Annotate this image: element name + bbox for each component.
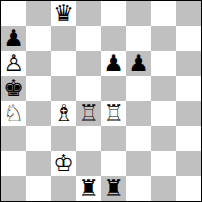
square-a3[interactable]: [1, 126, 26, 151]
square-f1[interactable]: [126, 176, 151, 201]
white-rook[interactable]: ♖: [78, 101, 99, 126]
square-f2[interactable]: [126, 151, 151, 176]
black-pawn[interactable]: ♟: [103, 51, 124, 76]
square-c2[interactable]: ♔: [51, 151, 76, 176]
square-d2[interactable]: [76, 151, 101, 176]
white-king[interactable]: ♔: [53, 151, 74, 176]
chess-board-frame: ♛♟♙♟♟♚♘♗♖♖♔♜♜: [0, 0, 202, 202]
square-b4[interactable]: [26, 101, 51, 126]
square-c8[interactable]: ♛: [51, 1, 76, 26]
square-f3[interactable]: [126, 126, 151, 151]
square-d3[interactable]: [76, 126, 101, 151]
white-bishop[interactable]: ♗: [53, 101, 74, 126]
square-h8[interactable]: [176, 1, 201, 26]
square-c5[interactable]: [51, 76, 76, 101]
square-d7[interactable]: [76, 26, 101, 51]
square-g6[interactable]: [151, 51, 176, 76]
square-a4[interactable]: ♘: [1, 101, 26, 126]
square-b5[interactable]: [26, 76, 51, 101]
square-h6[interactable]: [176, 51, 201, 76]
square-g3[interactable]: [151, 126, 176, 151]
square-d6[interactable]: [76, 51, 101, 76]
square-d8[interactable]: [76, 1, 101, 26]
square-f7[interactable]: [126, 26, 151, 51]
square-e4[interactable]: ♖: [101, 101, 126, 126]
square-d5[interactable]: [76, 76, 101, 101]
white-pawn[interactable]: ♙: [3, 51, 24, 76]
square-h1[interactable]: [176, 176, 201, 201]
square-c4[interactable]: ♗: [51, 101, 76, 126]
black-pawn[interactable]: ♟: [128, 51, 149, 76]
square-b6[interactable]: [26, 51, 51, 76]
square-b1[interactable]: [26, 176, 51, 201]
square-h4[interactable]: [176, 101, 201, 126]
square-c1[interactable]: [51, 176, 76, 201]
square-a5[interactable]: ♚: [1, 76, 26, 101]
black-queen[interactable]: ♛: [53, 1, 74, 26]
square-e6[interactable]: ♟: [101, 51, 126, 76]
square-g2[interactable]: [151, 151, 176, 176]
square-g8[interactable]: [151, 1, 176, 26]
square-g1[interactable]: [151, 176, 176, 201]
white-knight[interactable]: ♘: [3, 101, 24, 126]
square-e3[interactable]: [101, 126, 126, 151]
square-h2[interactable]: [176, 151, 201, 176]
square-f8[interactable]: [126, 1, 151, 26]
square-a7[interactable]: ♟: [1, 26, 26, 51]
white-rook[interactable]: ♖: [103, 101, 124, 126]
black-rook[interactable]: ♜: [78, 176, 99, 201]
square-a6[interactable]: ♙: [1, 51, 26, 76]
black-pawn[interactable]: ♟: [3, 26, 24, 51]
square-c7[interactable]: [51, 26, 76, 51]
square-f5[interactable]: [126, 76, 151, 101]
square-g5[interactable]: [151, 76, 176, 101]
square-a8[interactable]: [1, 1, 26, 26]
square-g4[interactable]: [151, 101, 176, 126]
square-c6[interactable]: [51, 51, 76, 76]
square-h7[interactable]: [176, 26, 201, 51]
square-b2[interactable]: [26, 151, 51, 176]
square-b7[interactable]: [26, 26, 51, 51]
square-e8[interactable]: [101, 1, 126, 26]
square-f4[interactable]: [126, 101, 151, 126]
square-e2[interactable]: [101, 151, 126, 176]
square-b3[interactable]: [26, 126, 51, 151]
black-king[interactable]: ♚: [3, 76, 24, 101]
square-e1[interactable]: ♜: [101, 176, 126, 201]
square-a2[interactable]: [1, 151, 26, 176]
square-e5[interactable]: [101, 76, 126, 101]
square-d1[interactable]: ♜: [76, 176, 101, 201]
black-rook[interactable]: ♜: [103, 176, 124, 201]
square-c3[interactable]: [51, 126, 76, 151]
square-g7[interactable]: [151, 26, 176, 51]
square-e7[interactable]: [101, 26, 126, 51]
square-a1[interactable]: [1, 176, 26, 201]
chess-board: ♛♟♙♟♟♚♘♗♖♖♔♜♜: [1, 1, 201, 201]
square-h3[interactable]: [176, 126, 201, 151]
square-b8[interactable]: [26, 1, 51, 26]
square-h5[interactable]: [176, 76, 201, 101]
square-d4[interactable]: ♖: [76, 101, 101, 126]
square-f6[interactable]: ♟: [126, 51, 151, 76]
